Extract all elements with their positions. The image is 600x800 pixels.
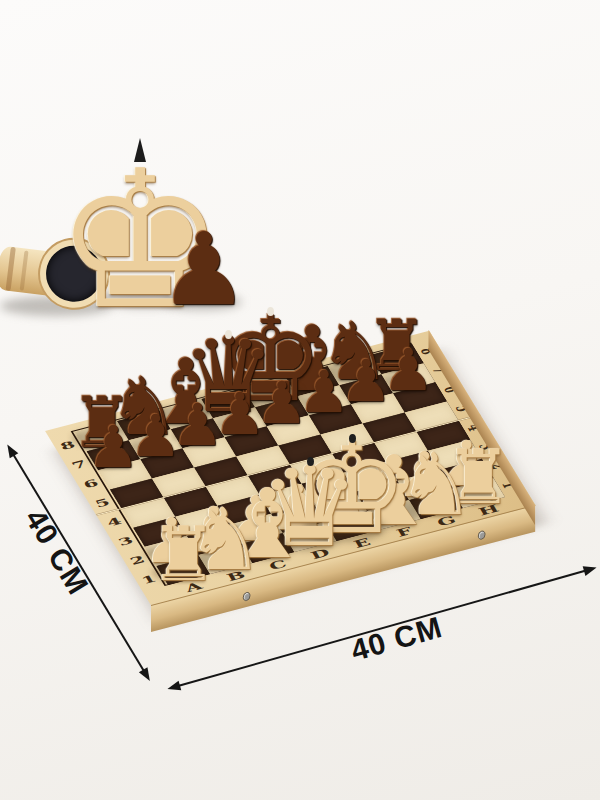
arrowhead-icon	[3, 442, 18, 458]
chess-set-product-photo: ♚ ♟ 8877665544332211ABCDEFGH ♜♞♝♛♚♝♞♜♟♟♟…	[0, 0, 600, 800]
rank-label-left-6: 6	[76, 475, 106, 492]
screw-icon	[243, 591, 251, 602]
width-dimension-label: 40 CM	[347, 610, 446, 668]
rank-label-left-4: 4	[99, 513, 129, 530]
finial-tip	[267, 307, 274, 316]
rank-label-left-2: 2	[122, 551, 152, 568]
depth-dimension-label: 40 CM	[18, 503, 95, 601]
rank-label-left-5: 5	[87, 494, 117, 511]
loose-dark-pawn: ♟	[154, 220, 254, 320]
rank-label-left-3: 3	[110, 532, 140, 549]
king-finial-spike	[134, 138, 146, 162]
chess-board: 8877665544332211ABCDEFGH	[45, 331, 536, 607]
arrowhead-icon	[583, 563, 598, 576]
arrowhead-icon	[166, 681, 181, 694]
arrowhead-icon	[139, 667, 154, 683]
rank-label-left-1: 1	[134, 571, 164, 588]
rank-label-left-8: 8	[52, 437, 82, 454]
rank-label-left-7: 7	[64, 456, 94, 473]
dark-pawn-glyph: ♟	[159, 211, 249, 328]
screw-icon	[478, 530, 486, 541]
